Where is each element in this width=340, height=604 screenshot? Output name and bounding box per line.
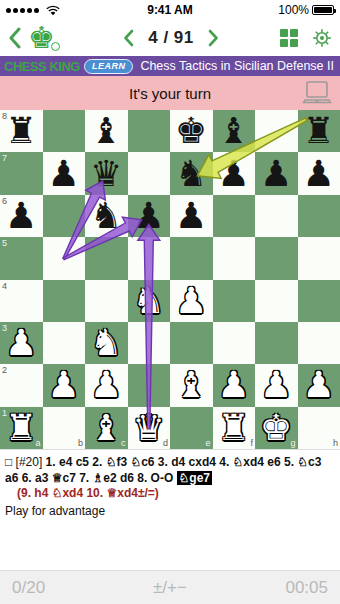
rank-label-7: 7 [2, 153, 7, 163]
black-knight[interactable]: ♞ [170, 152, 213, 194]
wifi-icon [46, 5, 60, 16]
bottom-toolbar: 0/20 ±/+− 00:05 [0, 570, 340, 604]
white-pawn[interactable]: ♟ [298, 364, 340, 406]
square-c6[interactable]: ♞ [85, 195, 128, 237]
square-g1[interactable]: g♚ [255, 407, 298, 449]
notation-segment: Play for advantage [5, 504, 105, 518]
black-bishop[interactable]: ♝ [85, 110, 128, 152]
current-move[interactable]: ♘ge7 [177, 471, 212, 485]
square-c4[interactable] [85, 280, 128, 322]
computer-icon[interactable] [302, 80, 332, 106]
square-b6[interactable] [43, 195, 86, 237]
square-h6[interactable] [298, 195, 340, 237]
rank-label-2: 2 [2, 365, 7, 375]
square-a3[interactable]: 3♟ [0, 322, 43, 364]
black-knight[interactable]: ♞ [85, 195, 128, 237]
square-f1[interactable]: f♜ [213, 407, 256, 449]
square-b2[interactable]: ♟ [43, 364, 86, 406]
square-h1[interactable]: h [298, 407, 340, 449]
back-button[interactable] [8, 27, 22, 49]
square-b4[interactable] [43, 280, 86, 322]
white-knight[interactable]: ♞ [128, 280, 171, 322]
notation-line-2[interactable]: (9. h4 ♘xd4 10. ♕xd4±/=) [5, 486, 335, 502]
signal-strength-icon [6, 5, 96, 16]
square-h8[interactable]: ♜ [298, 110, 340, 152]
square-b8[interactable] [43, 110, 86, 152]
chess-king-logo[interactable]: ♚ [28, 22, 62, 54]
notation-segment: □ [#20] [5, 455, 46, 469]
square-a5[interactable]: 5 [0, 237, 43, 279]
black-king[interactable]: ♚ [170, 110, 213, 152]
square-g8[interactable] [255, 110, 298, 152]
black-pawn[interactable]: ♟ [128, 195, 171, 237]
white-knight[interactable]: ♞ [85, 322, 128, 364]
app-window: 9:41 AM 100% ♚ 4 / 91 [0, 0, 340, 604]
square-c2[interactable]: ♟ [85, 364, 128, 406]
goal-text[interactable]: Play for advantage [5, 504, 335, 520]
square-d4[interactable]: ♞ [128, 280, 171, 322]
black-pawn[interactable]: ♟ [43, 152, 86, 194]
square-b7[interactable]: ♟ [43, 152, 86, 194]
square-g4[interactable] [255, 280, 298, 322]
chess-king-wordmark: CHESS KING [4, 59, 80, 74]
notation-segment: (9. h4 ♘xd4 10. ♕xd4±/=) [17, 486, 159, 500]
square-e8[interactable]: ♚ [170, 110, 213, 152]
square-f4[interactable] [213, 280, 256, 322]
chess-board[interactable]: 8♜♝♚♝♜7♟♛♞♟♟♟6♟♞♟♟54♞♟3♟♞2♟♟♝♟♟♟1a♜bc♝d♛… [0, 110, 340, 450]
square-e4[interactable]: ♟ [170, 280, 213, 322]
square-b1[interactable]: b [43, 407, 86, 449]
rank-label-5: 5 [2, 238, 7, 248]
status-bar: 9:41 AM 100% [0, 0, 340, 20]
notation-segment: 1. e4 c5 2. ♘f3 ♘c6 3. d4 cxd4 4. ♘xd4 e… [5, 455, 321, 485]
black-pawn[interactable]: ♟ [213, 152, 256, 194]
square-g3[interactable] [255, 322, 298, 364]
square-g7[interactable]: ♟ [255, 152, 298, 194]
square-h4[interactable] [298, 280, 340, 322]
file-label-e: e [205, 438, 210, 448]
square-f3[interactable] [213, 322, 256, 364]
square-e7[interactable]: ♞ [170, 152, 213, 194]
square-a7[interactable]: 7 [0, 152, 43, 194]
square-a2[interactable]: 2 [0, 364, 43, 406]
white-pawn[interactable]: ♟ [43, 364, 86, 406]
previous-puzzle-button[interactable] [123, 29, 134, 47]
white-pawn[interactable]: ♟ [213, 364, 256, 406]
black-queen[interactable]: ♛ [85, 152, 128, 194]
turn-banner: It's your turn [0, 76, 340, 110]
learn-badge: LEARN [84, 59, 134, 74]
white-pawn[interactable]: ♟ [0, 322, 43, 364]
battery-percent: 100% [278, 3, 309, 17]
square-g2[interactable]: ♟ [255, 364, 298, 406]
white-pawn[interactable]: ♟ [170, 280, 213, 322]
square-h7[interactable]: ♟ [298, 152, 340, 194]
evaluation-label: ±/+− [92, 578, 248, 598]
white-queen[interactable]: ♛ [128, 407, 171, 449]
square-d1[interactable]: d♛ [128, 407, 171, 449]
square-g5[interactable] [255, 237, 298, 279]
settings-gear-button[interactable] [312, 28, 332, 48]
square-b5[interactable] [43, 237, 86, 279]
white-bishop[interactable]: ♝ [170, 364, 213, 406]
black-pawn[interactable]: ♟ [170, 195, 213, 237]
notation-line-1[interactable]: □ [#20] 1. e4 c5 2. ♘f3 ♘c6 3. d4 cxd4 4… [5, 455, 335, 486]
clock-time: 9:41 AM [96, 3, 244, 17]
square-g6[interactable] [255, 195, 298, 237]
black-pawn[interactable]: ♟ [0, 195, 43, 237]
white-king[interactable]: ♚ [255, 407, 298, 449]
black-rook[interactable]: ♜ [0, 110, 43, 152]
square-e5[interactable] [170, 237, 213, 279]
square-d6[interactable]: ♟ [128, 195, 171, 237]
square-b3[interactable] [43, 322, 86, 364]
square-f7[interactable]: ♟ [213, 152, 256, 194]
square-c7[interactable]: ♛ [85, 152, 128, 194]
score-counter: 0/20 [12, 578, 92, 598]
elapsed-timer: 00:05 [248, 578, 328, 598]
square-a8[interactable]: 8♜ [0, 110, 43, 152]
square-c5[interactable] [85, 237, 128, 279]
square-f8[interactable]: ♝ [213, 110, 256, 152]
square-d7[interactable] [128, 152, 171, 194]
square-e1[interactable]: e [170, 407, 213, 449]
square-f6[interactable] [213, 195, 256, 237]
square-c8[interactable]: ♝ [85, 110, 128, 152]
puzzle-list-button[interactable] [280, 29, 298, 47]
title-bar: CHESS KING LEARN Chess Tactics in Sicili… [0, 56, 340, 76]
file-label-h: h [333, 438, 338, 448]
black-rook[interactable]: ♜ [298, 110, 340, 152]
square-f2[interactable]: ♟ [213, 364, 256, 406]
square-d3[interactable] [128, 322, 171, 364]
white-rook[interactable]: ♜ [0, 407, 43, 449]
white-pawn[interactable]: ♟ [255, 364, 298, 406]
white-pawn[interactable]: ♟ [85, 364, 128, 406]
course-title: Chess Tactics in Sicilian Defense II [133, 59, 336, 73]
logo-smiley-icon [51, 42, 60, 51]
square-d8[interactable] [128, 110, 171, 152]
black-bishop[interactable]: ♝ [213, 110, 256, 152]
rank-label-4: 4 [2, 281, 7, 291]
square-a4[interactable]: 4 [0, 280, 43, 322]
square-d5[interactable] [128, 237, 171, 279]
square-h5[interactable] [298, 237, 340, 279]
next-puzzle-button[interactable] [208, 29, 219, 47]
square-a6[interactable]: 6♟ [0, 195, 43, 237]
square-c3[interactable]: ♞ [85, 322, 128, 364]
black-pawn[interactable]: ♟ [298, 152, 340, 194]
move-notation[interactable]: □ [#20] 1. e4 c5 2. ♘f3 ♘c6 3. d4 cxd4 4… [0, 450, 340, 570]
square-d2[interactable] [128, 364, 171, 406]
white-rook[interactable]: ♜ [213, 407, 256, 449]
square-h3[interactable] [298, 322, 340, 364]
puzzle-counter[interactable]: 4 / 91 [148, 28, 194, 48]
square-e6[interactable]: ♟ [170, 195, 213, 237]
file-label-b: b [78, 438, 83, 448]
square-c1[interactable]: c♝ [85, 407, 128, 449]
white-bishop[interactable]: ♝ [85, 407, 128, 449]
battery-icon [312, 5, 334, 15]
nav-bar: ♚ 4 / 91 [0, 20, 340, 56]
square-h2[interactable]: ♟ [298, 364, 340, 406]
square-f5[interactable] [213, 237, 256, 279]
black-pawn[interactable]: ♟ [255, 152, 298, 194]
square-e3[interactable] [170, 322, 213, 364]
square-e2[interactable]: ♝ [170, 364, 213, 406]
square-a1[interactable]: 1a♜ [0, 407, 43, 449]
turn-message: It's your turn [0, 85, 340, 102]
